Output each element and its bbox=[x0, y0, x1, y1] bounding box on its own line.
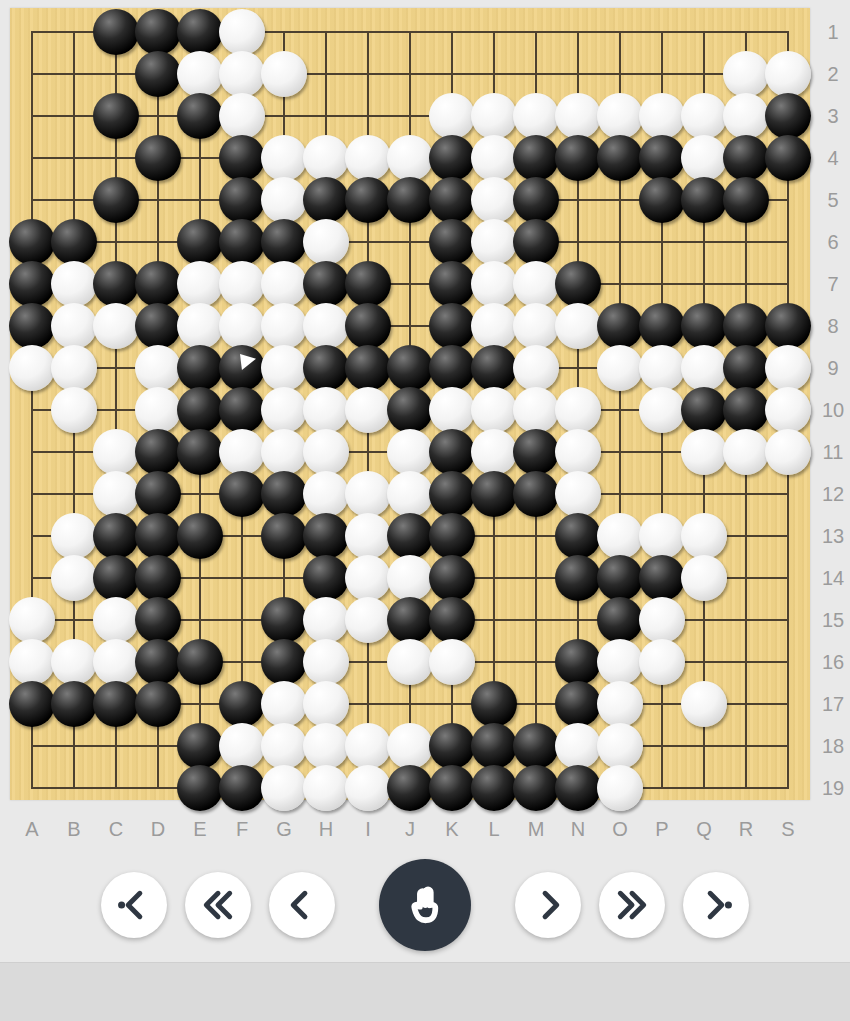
white-stone-C11[interactable] bbox=[93, 429, 139, 475]
black-stone-C1[interactable] bbox=[93, 9, 139, 55]
black-stone-R9[interactable] bbox=[723, 345, 769, 391]
white-stone-S11[interactable] bbox=[765, 429, 811, 475]
black-stone-R10[interactable] bbox=[723, 387, 769, 433]
black-stone-E13[interactable] bbox=[177, 513, 223, 559]
white-stone-G8[interactable] bbox=[261, 303, 307, 349]
white-stone-H18[interactable] bbox=[303, 723, 349, 769]
white-stone-J4[interactable] bbox=[387, 135, 433, 181]
row-label-14: 14 bbox=[818, 567, 848, 590]
white-stone-G5[interactable] bbox=[261, 177, 307, 223]
column-label-E: E bbox=[179, 818, 221, 841]
black-stone-J5[interactable] bbox=[387, 177, 433, 223]
black-stone-E9[interactable] bbox=[177, 345, 223, 391]
white-stone-L5[interactable] bbox=[471, 177, 517, 223]
black-stone-C17[interactable] bbox=[93, 681, 139, 727]
white-stone-N18[interactable] bbox=[555, 723, 601, 769]
black-stone-L17[interactable] bbox=[471, 681, 517, 727]
white-stone-G19[interactable] bbox=[261, 765, 307, 811]
black-stone-I9[interactable] bbox=[345, 345, 391, 391]
black-stone-P5[interactable] bbox=[639, 177, 685, 223]
black-stone-B6[interactable] bbox=[51, 219, 97, 265]
black-stone-M19[interactable] bbox=[513, 765, 559, 811]
white-stone-N10[interactable] bbox=[555, 387, 601, 433]
row-label-12: 12 bbox=[818, 483, 848, 506]
black-stone-C3[interactable] bbox=[93, 93, 139, 139]
black-stone-D16[interactable] bbox=[135, 639, 181, 685]
chevron-right-icon bbox=[529, 886, 567, 924]
row-label-16: 16 bbox=[818, 651, 848, 674]
fast-forward-button[interactable] bbox=[599, 872, 665, 938]
black-stone-F12[interactable] bbox=[219, 471, 265, 517]
white-stone-N8[interactable] bbox=[555, 303, 601, 349]
white-stone-H8[interactable] bbox=[303, 303, 349, 349]
white-stone-B8[interactable] bbox=[51, 303, 97, 349]
black-stone-D13[interactable] bbox=[135, 513, 181, 559]
black-stone-K13[interactable] bbox=[429, 513, 475, 559]
black-stone-P14[interactable] bbox=[639, 555, 685, 601]
column-label-F: F bbox=[221, 818, 263, 841]
white-stone-S10[interactable] bbox=[765, 387, 811, 433]
black-stone-C14[interactable] bbox=[93, 555, 139, 601]
white-stone-L10[interactable] bbox=[471, 387, 517, 433]
white-stone-G9[interactable] bbox=[261, 345, 307, 391]
white-stone-K3[interactable] bbox=[429, 93, 475, 139]
black-stone-G6[interactable] bbox=[261, 219, 307, 265]
black-stone-L18[interactable] bbox=[471, 723, 517, 769]
white-stone-S2[interactable] bbox=[765, 51, 811, 97]
black-stone-H9[interactable] bbox=[303, 345, 349, 391]
white-stone-H11[interactable] bbox=[303, 429, 349, 475]
row-label-3: 3 bbox=[818, 105, 848, 128]
black-stone-O4[interactable] bbox=[597, 135, 643, 181]
black-stone-L12[interactable] bbox=[471, 471, 517, 517]
black-stone-K11[interactable] bbox=[429, 429, 475, 475]
white-stone-I4[interactable] bbox=[345, 135, 391, 181]
black-stone-K8[interactable] bbox=[429, 303, 475, 349]
black-stone-F4[interactable] bbox=[219, 135, 265, 181]
step-forward-button[interactable] bbox=[515, 872, 581, 938]
black-stone-E16[interactable] bbox=[177, 639, 223, 685]
hand-icon bbox=[403, 883, 447, 927]
column-label-D: D bbox=[137, 818, 179, 841]
white-stone-P3[interactable] bbox=[639, 93, 685, 139]
white-stone-G11[interactable] bbox=[261, 429, 307, 475]
white-stone-L8[interactable] bbox=[471, 303, 517, 349]
black-stone-K5[interactable] bbox=[429, 177, 475, 223]
go-app-screen: ABCDEFGHIJKLMNOPQRS 12345678910111213141… bbox=[0, 0, 850, 1021]
black-stone-D8[interactable] bbox=[135, 303, 181, 349]
white-stone-K16[interactable] bbox=[429, 639, 475, 685]
black-stone-Q10[interactable] bbox=[681, 387, 727, 433]
step-back-button[interactable] bbox=[269, 872, 335, 938]
black-stone-M18[interactable] bbox=[513, 723, 559, 769]
white-stone-L3[interactable] bbox=[471, 93, 517, 139]
white-stone-O16[interactable] bbox=[597, 639, 643, 685]
white-stone-H4[interactable] bbox=[303, 135, 349, 181]
black-stone-R4[interactable] bbox=[723, 135, 769, 181]
black-stone-E1[interactable] bbox=[177, 9, 223, 55]
black-stone-N13[interactable] bbox=[555, 513, 601, 559]
white-stone-A15[interactable] bbox=[9, 597, 55, 643]
white-stone-O9[interactable] bbox=[597, 345, 643, 391]
white-stone-B7[interactable] bbox=[51, 261, 97, 307]
white-stone-C8[interactable] bbox=[93, 303, 139, 349]
white-stone-O19[interactable] bbox=[597, 765, 643, 811]
white-stone-I19[interactable] bbox=[345, 765, 391, 811]
white-stone-H15[interactable] bbox=[303, 597, 349, 643]
column-label-B: B bbox=[53, 818, 95, 841]
white-stone-K10[interactable] bbox=[429, 387, 475, 433]
black-stone-G13[interactable] bbox=[261, 513, 307, 559]
black-stone-D1[interactable] bbox=[135, 9, 181, 55]
black-stone-P8[interactable] bbox=[639, 303, 685, 349]
white-stone-L7[interactable] bbox=[471, 261, 517, 307]
black-stone-J10[interactable] bbox=[387, 387, 433, 433]
white-stone-A9[interactable] bbox=[9, 345, 55, 391]
column-label-L: L bbox=[473, 818, 515, 841]
white-stone-G4[interactable] bbox=[261, 135, 307, 181]
row-label-13: 13 bbox=[818, 525, 848, 548]
black-stone-E10[interactable] bbox=[177, 387, 223, 433]
white-stone-Q4[interactable] bbox=[681, 135, 727, 181]
white-stone-G2[interactable] bbox=[261, 51, 307, 97]
white-stone-O17[interactable] bbox=[597, 681, 643, 727]
row-label-18: 18 bbox=[818, 735, 848, 758]
white-stone-R2[interactable] bbox=[723, 51, 769, 97]
white-stone-P15[interactable] bbox=[639, 597, 685, 643]
black-stone-I8[interactable] bbox=[345, 303, 391, 349]
black-stone-K18[interactable] bbox=[429, 723, 475, 769]
black-stone-F9[interactable] bbox=[219, 345, 265, 391]
white-stone-G17[interactable] bbox=[261, 681, 307, 727]
row-label-10: 10 bbox=[818, 399, 848, 422]
white-stone-B10[interactable] bbox=[51, 387, 97, 433]
black-stone-K14[interactable] bbox=[429, 555, 475, 601]
white-stone-C12[interactable] bbox=[93, 471, 139, 517]
double-chevron-left-icon bbox=[199, 886, 237, 924]
white-stone-A16[interactable] bbox=[9, 639, 55, 685]
row-label-9: 9 bbox=[818, 357, 848, 380]
white-stone-I12[interactable] bbox=[345, 471, 391, 517]
white-stone-M10[interactable] bbox=[513, 387, 559, 433]
white-stone-L4[interactable] bbox=[471, 135, 517, 181]
white-stone-D10[interactable] bbox=[135, 387, 181, 433]
black-stone-L9[interactable] bbox=[471, 345, 517, 391]
black-stone-H14[interactable] bbox=[303, 555, 349, 601]
white-stone-O13[interactable] bbox=[597, 513, 643, 559]
chevron-right-dot-icon bbox=[697, 886, 735, 924]
white-stone-I18[interactable] bbox=[345, 723, 391, 769]
white-stone-F18[interactable] bbox=[219, 723, 265, 769]
white-stone-M9[interactable] bbox=[513, 345, 559, 391]
row-label-7: 7 bbox=[818, 273, 848, 296]
white-stone-G7[interactable] bbox=[261, 261, 307, 307]
row-label-1: 1 bbox=[818, 21, 848, 44]
black-stone-E19[interactable] bbox=[177, 765, 223, 811]
black-stone-L19[interactable] bbox=[471, 765, 517, 811]
black-stone-J15[interactable] bbox=[387, 597, 433, 643]
navigation-toolbar bbox=[0, 859, 850, 951]
white-stone-B16[interactable] bbox=[51, 639, 97, 685]
white-stone-D9[interactable] bbox=[135, 345, 181, 391]
white-stone-C16[interactable] bbox=[93, 639, 139, 685]
white-stone-J11[interactable] bbox=[387, 429, 433, 475]
row-label-5: 5 bbox=[818, 189, 848, 212]
row-label-8: 8 bbox=[818, 315, 848, 338]
black-stone-E6[interactable] bbox=[177, 219, 223, 265]
black-stone-G16[interactable] bbox=[261, 639, 307, 685]
chevron-left-icon bbox=[283, 886, 321, 924]
white-stone-H17[interactable] bbox=[303, 681, 349, 727]
white-stone-M3[interactable] bbox=[513, 93, 559, 139]
white-stone-I10[interactable] bbox=[345, 387, 391, 433]
column-label-C: C bbox=[95, 818, 137, 841]
white-stone-B13[interactable] bbox=[51, 513, 97, 559]
white-stone-E2[interactable] bbox=[177, 51, 223, 97]
go-to-start-button[interactable] bbox=[101, 872, 167, 938]
black-stone-D12[interactable] bbox=[135, 471, 181, 517]
footer-strip bbox=[0, 962, 850, 1021]
white-stone-F2[interactable] bbox=[219, 51, 265, 97]
column-label-K: K bbox=[431, 818, 473, 841]
black-stone-H5[interactable] bbox=[303, 177, 349, 223]
black-stone-E18[interactable] bbox=[177, 723, 223, 769]
black-stone-M5[interactable] bbox=[513, 177, 559, 223]
white-stone-C15[interactable] bbox=[93, 597, 139, 643]
black-stone-K4[interactable] bbox=[429, 135, 475, 181]
white-stone-F3[interactable] bbox=[219, 93, 265, 139]
white-stone-G10[interactable] bbox=[261, 387, 307, 433]
white-stone-N3[interactable] bbox=[555, 93, 601, 139]
black-stone-F10[interactable] bbox=[219, 387, 265, 433]
black-stone-E3[interactable] bbox=[177, 93, 223, 139]
white-stone-F7[interactable] bbox=[219, 261, 265, 307]
black-stone-R5[interactable] bbox=[723, 177, 769, 223]
black-stone-I7[interactable] bbox=[345, 261, 391, 307]
black-stone-K9[interactable] bbox=[429, 345, 475, 391]
white-stone-B14[interactable] bbox=[51, 555, 97, 601]
black-stone-N4[interactable] bbox=[555, 135, 601, 181]
white-stone-S9[interactable] bbox=[765, 345, 811, 391]
column-label-M: M bbox=[515, 818, 557, 841]
white-stone-Q9[interactable] bbox=[681, 345, 727, 391]
go-to-end-button[interactable] bbox=[683, 872, 749, 938]
white-stone-H12[interactable] bbox=[303, 471, 349, 517]
white-stone-Q11[interactable] bbox=[681, 429, 727, 475]
black-stone-G12[interactable] bbox=[261, 471, 307, 517]
black-stone-O14[interactable] bbox=[597, 555, 643, 601]
black-stone-O15[interactable] bbox=[597, 597, 643, 643]
white-stone-Q3[interactable] bbox=[681, 93, 727, 139]
black-stone-A7[interactable] bbox=[9, 261, 55, 307]
column-label-O: O bbox=[599, 818, 641, 841]
black-stone-C13[interactable] bbox=[93, 513, 139, 559]
white-stone-L11[interactable] bbox=[471, 429, 517, 475]
white-stone-H10[interactable] bbox=[303, 387, 349, 433]
column-label-G: G bbox=[263, 818, 305, 841]
black-stone-C7[interactable] bbox=[93, 261, 139, 307]
black-stone-E11[interactable] bbox=[177, 429, 223, 475]
white-stone-F11[interactable] bbox=[219, 429, 265, 475]
white-stone-O18[interactable] bbox=[597, 723, 643, 769]
black-stone-S4[interactable] bbox=[765, 135, 811, 181]
column-label-I: I bbox=[347, 818, 389, 841]
black-stone-M4[interactable] bbox=[513, 135, 559, 181]
black-stone-M12[interactable] bbox=[513, 471, 559, 517]
black-stone-N14[interactable] bbox=[555, 555, 601, 601]
white-stone-J18[interactable] bbox=[387, 723, 433, 769]
white-stone-I15[interactable] bbox=[345, 597, 391, 643]
column-label-N: N bbox=[557, 818, 599, 841]
row-label-2: 2 bbox=[818, 63, 848, 86]
black-stone-A6[interactable] bbox=[9, 219, 55, 265]
black-stone-P4[interactable] bbox=[639, 135, 685, 181]
white-stone-G18[interactable] bbox=[261, 723, 307, 769]
white-stone-M8[interactable] bbox=[513, 303, 559, 349]
black-stone-J13[interactable] bbox=[387, 513, 433, 559]
row-label-11: 11 bbox=[818, 441, 848, 464]
column-label-P: P bbox=[641, 818, 683, 841]
fast-rewind-button[interactable] bbox=[185, 872, 251, 938]
white-stone-F1[interactable] bbox=[219, 9, 265, 55]
black-stone-M11[interactable] bbox=[513, 429, 559, 475]
black-stone-C5[interactable] bbox=[93, 177, 139, 223]
black-stone-J19[interactable] bbox=[387, 765, 433, 811]
black-stone-Q8[interactable] bbox=[681, 303, 727, 349]
white-stone-E8[interactable] bbox=[177, 303, 223, 349]
black-stone-K19[interactable] bbox=[429, 765, 475, 811]
white-stone-Q17[interactable] bbox=[681, 681, 727, 727]
black-stone-H13[interactable] bbox=[303, 513, 349, 559]
black-stone-D7[interactable] bbox=[135, 261, 181, 307]
black-stone-M6[interactable] bbox=[513, 219, 559, 265]
black-stone-N19[interactable] bbox=[555, 765, 601, 811]
black-stone-A17[interactable] bbox=[9, 681, 55, 727]
white-stone-H19[interactable] bbox=[303, 765, 349, 811]
black-stone-J9[interactable] bbox=[387, 345, 433, 391]
row-label-19: 19 bbox=[818, 777, 848, 800]
white-stone-H16[interactable] bbox=[303, 639, 349, 685]
column-label-Q: Q bbox=[683, 818, 725, 841]
black-stone-D14[interactable] bbox=[135, 555, 181, 601]
chevron-left-dot-icon bbox=[115, 886, 153, 924]
black-stone-Q5[interactable] bbox=[681, 177, 727, 223]
white-stone-F8[interactable] bbox=[219, 303, 265, 349]
white-stone-R11[interactable] bbox=[723, 429, 769, 475]
white-stone-P13[interactable] bbox=[639, 513, 685, 559]
black-stone-A8[interactable] bbox=[9, 303, 55, 349]
row-label-15: 15 bbox=[818, 609, 848, 632]
column-label-S: S bbox=[767, 818, 809, 841]
black-stone-D4[interactable] bbox=[135, 135, 181, 181]
black-stone-N17[interactable] bbox=[555, 681, 601, 727]
row-label-4: 4 bbox=[818, 147, 848, 170]
black-stone-G15[interactable] bbox=[261, 597, 307, 643]
white-stone-L6[interactable] bbox=[471, 219, 517, 265]
white-stone-O3[interactable] bbox=[597, 93, 643, 139]
white-stone-P9[interactable] bbox=[639, 345, 685, 391]
white-stone-I13[interactable] bbox=[345, 513, 391, 559]
black-stone-S8[interactable] bbox=[765, 303, 811, 349]
white-stone-E7[interactable] bbox=[177, 261, 223, 307]
white-stone-B9[interactable] bbox=[51, 345, 97, 391]
row-label-17: 17 bbox=[818, 693, 848, 716]
play-mode-button[interactable] bbox=[379, 859, 471, 951]
black-stone-K15[interactable] bbox=[429, 597, 475, 643]
black-stone-K12[interactable] bbox=[429, 471, 475, 517]
go-board[interactable] bbox=[10, 8, 810, 800]
white-stone-I14[interactable] bbox=[345, 555, 391, 601]
black-stone-F17[interactable] bbox=[219, 681, 265, 727]
black-stone-R8[interactable] bbox=[723, 303, 769, 349]
white-stone-P16[interactable] bbox=[639, 639, 685, 685]
white-stone-J14[interactable] bbox=[387, 555, 433, 601]
black-stone-F5[interactable] bbox=[219, 177, 265, 223]
black-stone-I5[interactable] bbox=[345, 177, 391, 223]
column-label-R: R bbox=[725, 818, 767, 841]
white-stone-H6[interactable] bbox=[303, 219, 349, 265]
black-stone-N7[interactable] bbox=[555, 261, 601, 307]
black-stone-N16[interactable] bbox=[555, 639, 601, 685]
double-chevron-right-icon bbox=[613, 886, 651, 924]
black-stone-D15[interactable] bbox=[135, 597, 181, 643]
black-stone-F6[interactable] bbox=[219, 219, 265, 265]
black-stone-H7[interactable] bbox=[303, 261, 349, 307]
black-stone-B17[interactable] bbox=[51, 681, 97, 727]
black-stone-S3[interactable] bbox=[765, 93, 811, 139]
black-stone-O8[interactable] bbox=[597, 303, 643, 349]
white-stone-J16[interactable] bbox=[387, 639, 433, 685]
black-stone-K7[interactable] bbox=[429, 261, 475, 307]
white-stone-N11[interactable] bbox=[555, 429, 601, 475]
white-stone-P10[interactable] bbox=[639, 387, 685, 433]
white-stone-Q14[interactable] bbox=[681, 555, 727, 601]
black-stone-D2[interactable] bbox=[135, 51, 181, 97]
black-stone-D11[interactable] bbox=[135, 429, 181, 475]
black-stone-D17[interactable] bbox=[135, 681, 181, 727]
white-stone-Q13[interactable] bbox=[681, 513, 727, 559]
black-stone-F19[interactable] bbox=[219, 765, 265, 811]
white-stone-R3[interactable] bbox=[723, 93, 769, 139]
white-stone-M7[interactable] bbox=[513, 261, 559, 307]
row-label-6: 6 bbox=[818, 231, 848, 254]
column-label-J: J bbox=[389, 818, 431, 841]
column-label-A: A bbox=[11, 818, 53, 841]
white-stone-J12[interactable] bbox=[387, 471, 433, 517]
black-stone-K6[interactable] bbox=[429, 219, 475, 265]
column-label-H: H bbox=[305, 818, 347, 841]
last-move-triangle-marker bbox=[240, 354, 256, 370]
white-stone-N12[interactable] bbox=[555, 471, 601, 517]
